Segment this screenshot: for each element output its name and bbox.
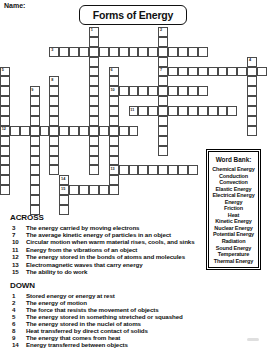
grid-cell[interactable] <box>30 146 40 156</box>
grid-cell[interactable] <box>158 57 168 67</box>
grid-cell[interactable] <box>49 165 59 175</box>
grid-cell[interactable] <box>89 136 99 146</box>
grid-cell[interactable] <box>99 126 109 136</box>
grid-cell[interactable] <box>30 136 40 146</box>
grid-cell[interactable] <box>69 185 79 195</box>
grid-cell[interactable] <box>129 86 139 96</box>
clue-line-number: 10 <box>10 238 26 245</box>
clue-line-text: The average kinetic energy of particles … <box>26 231 195 238</box>
grid-cell[interactable] <box>198 106 208 116</box>
grid-cell[interactable] <box>30 156 40 166</box>
grid-cell[interactable] <box>168 86 178 96</box>
grid-cell[interactable] <box>119 47 129 57</box>
grid-cell[interactable] <box>59 195 69 205</box>
grid-cell[interactable] <box>168 165 178 175</box>
grid-cell[interactable] <box>168 47 178 57</box>
grid-cell[interactable]: 11 <box>129 106 139 116</box>
clue-line-number: 4 <box>10 306 26 313</box>
clue-line: 13Electromagnetic waves that carry energ… <box>10 261 195 268</box>
clue-line: 10Circular motion when warm material ris… <box>10 238 195 245</box>
clue-number: 5 <box>2 68 4 72</box>
clue-line-number: 5 <box>10 313 26 320</box>
clue-line: 9The energy that comes from heat <box>10 334 183 341</box>
grid-cell[interactable]: 13 <box>109 165 119 175</box>
clue-number: 1 <box>91 28 93 32</box>
grid-cell[interactable] <box>218 67 228 77</box>
grid-cell[interactable] <box>198 47 208 57</box>
grid-cell[interactable] <box>30 126 40 136</box>
clue-line: 2The energy of motion <box>10 299 183 306</box>
clue-line-text: Electromagnetic waves that carry energy <box>26 261 195 268</box>
grid-cell[interactable] <box>89 47 99 57</box>
grid-cell[interactable] <box>10 126 20 136</box>
clue-line: 7The average kinetic energy of particles… <box>10 231 195 238</box>
clue-line: 1Stored energy or energy at rest <box>10 292 183 299</box>
clue-line-number: 15 <box>10 268 26 275</box>
grid-cell[interactable] <box>109 136 119 146</box>
clue-line-text: Circular motion when warm material rises… <box>26 238 195 245</box>
clue-line: 3The energy carried by moving electrons <box>10 224 195 231</box>
grid-cell[interactable] <box>218 106 228 116</box>
word-bank-item: Kinetic Energy <box>209 218 258 225</box>
grid-cell[interactable]: 1 <box>89 27 99 37</box>
word-bank-list: Chemical EnergyConductionConvectionElast… <box>209 166 258 264</box>
grid-cell[interactable] <box>109 116 119 126</box>
clue-number: 3 <box>51 48 53 52</box>
grid-cell[interactable] <box>30 185 40 195</box>
grid-cell[interactable] <box>89 37 99 47</box>
grid-cell[interactable] <box>188 67 198 77</box>
clue-line-number: 7 <box>10 231 26 238</box>
grid-cell[interactable] <box>79 47 89 57</box>
clue-line: 15The ability to do work <box>10 268 195 275</box>
clue-line: 11Energy from the vibrations of an objec… <box>10 246 195 253</box>
grid-cell[interactable] <box>59 126 69 136</box>
clue-number: 4 <box>249 58 251 62</box>
grid-cell[interactable] <box>0 96 10 106</box>
grid-cell[interactable]: 12 <box>0 126 10 136</box>
down-clues-section: DOWN 1Stored energy or energy at rest2Th… <box>10 281 183 348</box>
grid-cell[interactable] <box>129 126 139 136</box>
title-box: Forms of Energy <box>79 5 187 25</box>
clue-number: 14 <box>61 177 65 181</box>
clue-line: 8Heat transferred by direct contact of s… <box>10 327 183 334</box>
down-clue-list: 1Stored energy or energy at rest2The ene… <box>10 292 183 349</box>
clue-number: 15 <box>61 187 65 191</box>
grid-cell[interactable] <box>188 86 198 96</box>
grid-cell[interactable] <box>89 165 99 175</box>
clue-line-number: 11 <box>10 246 26 253</box>
grid-cell[interactable] <box>89 156 99 166</box>
grid-cell[interactable] <box>148 165 158 175</box>
grid-cell[interactable] <box>49 126 59 136</box>
grid-cell[interactable] <box>138 86 148 96</box>
clue-line-text: The ability to do work <box>26 268 195 275</box>
grid-cell[interactable] <box>188 165 198 175</box>
grid-cell[interactable] <box>198 67 208 77</box>
grid-cell[interactable] <box>89 146 99 156</box>
clue-line-text: The energy stored in the nuclei of atoms <box>26 320 183 327</box>
word-bank-inner-frame: Word Bank: Chemical EnergyConductionConv… <box>208 151 259 268</box>
grid-cell[interactable]: 9 <box>30 86 40 96</box>
grid-cell[interactable] <box>178 86 188 96</box>
grid-cell[interactable] <box>138 165 148 175</box>
grid-cell[interactable]: 3 <box>49 47 59 57</box>
across-clues-section: ACROSS 3The energy carried by moving ele… <box>10 213 195 276</box>
grid-cell[interactable] <box>158 86 168 96</box>
clue-number: 12 <box>2 127 6 131</box>
clue-number: 6 <box>110 68 112 72</box>
grid-cell[interactable] <box>89 185 99 195</box>
clue-line-text: Energy from the vibrations of an object <box>26 246 195 253</box>
grid-cell[interactable] <box>168 67 178 77</box>
grid-cell[interactable]: 5 <box>0 67 10 77</box>
grid-cell[interactable] <box>109 156 119 166</box>
grid-cell[interactable] <box>247 96 257 106</box>
grid-cell[interactable] <box>119 126 129 136</box>
watermark-mark <box>247 338 259 341</box>
clue-line-text: The force that resists the movement of o… <box>26 306 183 313</box>
grid-cell[interactable] <box>49 156 59 166</box>
grid-cell[interactable] <box>178 106 188 116</box>
grid-cell[interactable]: 4 <box>247 57 257 67</box>
grid-cell[interactable] <box>0 185 10 195</box>
grid-cell[interactable] <box>89 86 99 96</box>
grid-cell[interactable] <box>158 37 168 47</box>
grid-cell[interactable] <box>158 76 168 86</box>
name-label: Name: <box>4 2 25 9</box>
grid-cell[interactable] <box>30 106 40 116</box>
grid-cell[interactable] <box>257 67 267 77</box>
grid-cell[interactable] <box>158 146 168 156</box>
clue-line-number: 2 <box>10 299 26 306</box>
grid-cell[interactable] <box>109 146 119 156</box>
grid-cell[interactable]: 7 <box>158 67 168 77</box>
grid-cell[interactable] <box>0 175 10 185</box>
grid-cell[interactable] <box>208 106 218 116</box>
grid-cell[interactable] <box>0 86 10 96</box>
grid-cell[interactable] <box>0 165 10 175</box>
grid-cell[interactable] <box>247 116 257 126</box>
grid-cell[interactable] <box>99 185 109 195</box>
clue-number: 7 <box>160 68 162 72</box>
grid-cell[interactable] <box>79 126 89 136</box>
grid-cell[interactable] <box>79 185 89 195</box>
clue-line-number: 14 <box>10 341 26 348</box>
grid-cell[interactable] <box>89 116 99 126</box>
clue-line-text: The energy carried by moving electrons <box>26 224 195 231</box>
clue-line-text: Stored energy or energy at rest <box>26 292 183 299</box>
grid-cell[interactable] <box>0 136 10 146</box>
grid-cell[interactable]: 14 <box>59 175 69 185</box>
clue-line-number: 3 <box>10 224 26 231</box>
clue-line: 12The energy stored in the bonds of atom… <box>10 253 195 260</box>
word-bank-item: Thermal Energy <box>209 258 258 265</box>
grid-cell[interactable] <box>119 86 129 96</box>
grid-cell[interactable] <box>148 106 158 116</box>
grid-cell[interactable] <box>49 106 59 116</box>
grid-cell[interactable] <box>109 175 119 185</box>
grid-cell[interactable] <box>40 126 50 136</box>
grid-cell[interactable]: 15 <box>59 185 69 195</box>
grid-cell[interactable] <box>188 47 198 57</box>
grid-cell[interactable] <box>158 47 168 57</box>
grid-cell[interactable] <box>30 165 40 175</box>
clue-number: 13 <box>110 167 114 171</box>
grid-cell[interactable] <box>89 76 99 86</box>
grid-cell[interactable] <box>188 106 198 116</box>
word-bank-title: Word Bank: <box>209 156 258 163</box>
grid-cell[interactable] <box>129 47 139 57</box>
grid-cell[interactable] <box>0 116 10 126</box>
grid-cell[interactable] <box>158 96 168 106</box>
grid-cell[interactable] <box>198 86 208 96</box>
grid-cell[interactable] <box>49 96 59 106</box>
clue-line-number: 12 <box>10 253 26 260</box>
grid-cell[interactable] <box>99 47 109 57</box>
grid-cell[interactable] <box>30 96 40 106</box>
grid-cell[interactable] <box>158 165 168 175</box>
clue-line-text: The energy stored in the bonds of atoms … <box>26 253 195 260</box>
clue-number: 10 <box>110 88 114 92</box>
grid-cell[interactable] <box>158 126 168 136</box>
clue-line: 6The energy stored in the nuclei of atom… <box>10 320 183 327</box>
clue-line-number: 6 <box>10 320 26 327</box>
clue-line: 5The energy stored in something stretche… <box>10 313 183 320</box>
grid-cell[interactable] <box>237 67 247 77</box>
grid-cell[interactable] <box>129 165 139 175</box>
grid-cell[interactable] <box>247 106 257 116</box>
clue-line: 4The force that resists the movement of … <box>10 306 183 313</box>
clue-number: 9 <box>31 88 33 92</box>
grid-cell[interactable] <box>49 116 59 126</box>
grid-cell[interactable] <box>0 146 10 156</box>
grid-cell[interactable] <box>227 106 237 116</box>
grid-cell[interactable] <box>138 106 148 116</box>
clue-line-text: Energy transferred between objects <box>26 341 183 348</box>
grid-cell[interactable] <box>227 67 237 77</box>
grid-cell[interactable] <box>109 106 119 116</box>
grid-cell[interactable] <box>158 106 168 116</box>
grid-cell[interactable] <box>89 67 99 77</box>
page-title: Forms of Energy <box>93 9 173 21</box>
grid-cell[interactable] <box>247 126 257 136</box>
grid-cell[interactable] <box>208 67 218 77</box>
grid-cell[interactable] <box>247 67 257 77</box>
grid-cell[interactable] <box>178 47 188 57</box>
grid-cell[interactable]: 2 <box>158 27 168 37</box>
grid-cell[interactable] <box>148 47 158 57</box>
grid-cell[interactable] <box>109 76 119 86</box>
grid-cell[interactable] <box>0 156 10 166</box>
grid-cell[interactable] <box>148 86 158 96</box>
clue-line-text: The energy that comes from heat <box>26 334 183 341</box>
grid-cell[interactable] <box>89 106 99 116</box>
across-header: ACROSS <box>10 213 195 222</box>
grid-cell[interactable] <box>49 136 59 146</box>
grid-cell[interactable]: 10 <box>109 86 119 96</box>
grid-cell[interactable] <box>30 116 40 126</box>
grid-cell[interactable] <box>30 175 40 185</box>
clue-number: 11 <box>130 108 134 112</box>
clue-line: 14Energy transferred between objects <box>10 341 183 348</box>
grid-cell[interactable]: 8 <box>49 76 59 86</box>
grid-cell[interactable] <box>158 116 168 126</box>
across-clue-list: 3The energy carried by moving electrons7… <box>10 224 195 276</box>
grid-cell[interactable] <box>89 126 99 136</box>
clue-number: 2 <box>160 28 162 32</box>
grid-cell[interactable] <box>109 47 119 57</box>
grid-cell[interactable] <box>0 106 10 116</box>
word-bank-item: Chemical Energy <box>209 166 258 173</box>
grid-cell[interactable] <box>30 195 40 205</box>
grid-cell[interactable] <box>89 96 99 106</box>
grid-cell[interactable] <box>69 126 79 136</box>
down-header: DOWN <box>10 281 183 290</box>
clue-line-text: Heat transferred by direct contact of so… <box>26 327 183 334</box>
grid-cell[interactable] <box>89 57 99 67</box>
grid-cell[interactable] <box>109 96 119 106</box>
grid-cell[interactable]: 6 <box>109 67 119 77</box>
word-bank-item: Electrical Energy <box>209 192 258 199</box>
grid-cell[interactable] <box>0 76 10 86</box>
grid-cell[interactable] <box>178 67 188 77</box>
grid-cell[interactable] <box>168 106 178 116</box>
grid-cell[interactable] <box>247 86 257 96</box>
grid-cell[interactable] <box>49 146 59 156</box>
word-bank-box: Word Bank: Chemical EnergyConductionConv… <box>206 149 261 270</box>
grid-cell[interactable] <box>138 47 148 57</box>
grid-cell[interactable] <box>69 47 79 57</box>
grid-cell[interactable] <box>59 47 69 57</box>
grid-cell[interactable] <box>109 126 119 136</box>
clue-number: 8 <box>51 78 53 82</box>
worksheet-page: Name: Forms of Energy 371011121315124568… <box>0 0 267 350</box>
grid-cell[interactable] <box>49 86 59 96</box>
clue-line-number: 8 <box>10 327 26 334</box>
grid-cell[interactable] <box>247 76 257 86</box>
clue-line-number: 9 <box>10 334 26 341</box>
grid-cell[interactable] <box>20 126 30 136</box>
grid-cell[interactable] <box>158 136 168 146</box>
clue-line-text: The energy stored in something stretched… <box>26 313 183 320</box>
clue-line-number: 1 <box>10 292 26 299</box>
grid-cell[interactable] <box>178 165 188 175</box>
clue-line-number: 13 <box>10 261 26 268</box>
clue-line-text: The energy of motion <box>26 299 183 306</box>
grid-cell[interactable] <box>119 165 129 175</box>
grid-cell[interactable] <box>109 185 119 195</box>
